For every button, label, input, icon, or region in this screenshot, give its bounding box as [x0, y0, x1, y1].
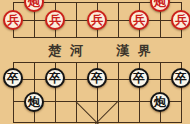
piece-black-cannon-h8[interactable]: 炮	[150, 92, 170, 112]
piece-red-soldier-i4[interactable]: 兵	[171, 10, 190, 30]
piece-black-soldier-e7[interactable]: 卒	[87, 68, 107, 88]
piece-black-soldier-i7[interactable]: 卒	[171, 68, 190, 88]
piece-red-soldier-g4[interactable]: 兵	[129, 10, 149, 30]
piece-red-soldier-c4[interactable]: 兵	[45, 10, 65, 30]
xiangqi-board[interactable]: 楚河 漢界 炮炮兵兵兵兵兵卒卒卒卒卒炮炮	[0, 0, 190, 124]
piece-red-soldier-a4[interactable]: 兵	[3, 10, 23, 30]
board-cell	[118, 101, 139, 122]
piece-black-cannon-b8[interactable]: 炮	[24, 92, 44, 112]
piece-black-soldier-c7[interactable]: 卒	[45, 68, 65, 88]
river-label-chu-he: 楚河	[48, 43, 92, 58]
board-cell	[55, 101, 76, 122]
piece-black-soldier-g7[interactable]: 卒	[129, 68, 149, 88]
piece-black-soldier-a7[interactable]: 卒	[3, 68, 23, 88]
river-label-han-jie: 漢界	[116, 43, 160, 58]
river: 楚河 漢界	[13, 38, 182, 62]
piece-red-soldier-e4[interactable]: 兵	[87, 10, 107, 30]
